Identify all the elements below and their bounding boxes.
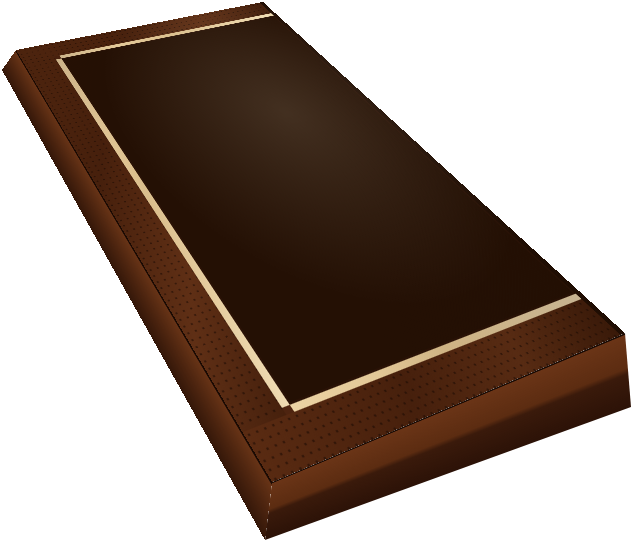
chess-box-photo	[0, 0, 631, 550]
